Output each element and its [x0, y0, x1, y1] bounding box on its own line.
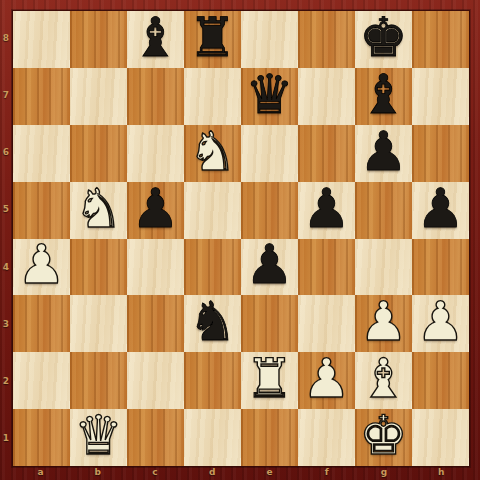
square-a4[interactable]: ♟ — [13, 239, 70, 296]
square-h5[interactable]: ♟ — [412, 182, 469, 239]
rank-label-4: 4 — [0, 239, 12, 296]
square-f2[interactable]: ♟ — [298, 352, 355, 409]
file-label-c: c — [127, 466, 184, 480]
board-frame: ♝♜♚♛♝♞♟♞♟♟♟♟♟♞♟♟♜♟♝♛♚ 87654321 abcdefgh — [0, 0, 480, 480]
square-b5[interactable]: ♞ — [70, 182, 127, 239]
square-e7[interactable]: ♛ — [241, 68, 298, 125]
square-f5[interactable]: ♟ — [298, 182, 355, 239]
square-b3[interactable] — [70, 295, 127, 352]
square-b1[interactable]: ♛ — [70, 409, 127, 466]
square-c7[interactable] — [127, 68, 184, 125]
square-h3[interactable]: ♟ — [412, 295, 469, 352]
piece-black-pawn-h5[interactable]: ♟ — [412, 182, 469, 237]
square-e5[interactable] — [241, 182, 298, 239]
piece-black-bishop-c8[interactable]: ♝ — [127, 11, 184, 66]
square-g1[interactable]: ♚ — [355, 409, 412, 466]
square-e6[interactable] — [241, 125, 298, 182]
file-label-g: g — [356, 466, 413, 480]
file-label-b: b — [69, 466, 126, 480]
square-a2[interactable] — [13, 352, 70, 409]
square-b8[interactable] — [70, 11, 127, 68]
piece-white-king-g1[interactable]: ♚ — [355, 409, 412, 464]
square-h6[interactable] — [412, 125, 469, 182]
piece-white-pawn-f2[interactable]: ♟ — [298, 352, 355, 407]
square-h1[interactable] — [412, 409, 469, 466]
piece-black-pawn-c5[interactable]: ♟ — [127, 182, 184, 237]
rank-label-2: 2 — [0, 353, 12, 410]
piece-black-queen-e7[interactable]: ♛ — [241, 68, 298, 123]
rank-label-1: 1 — [0, 410, 12, 467]
square-g7[interactable]: ♝ — [355, 68, 412, 125]
square-a8[interactable] — [13, 11, 70, 68]
square-c1[interactable] — [127, 409, 184, 466]
piece-white-knight-b5[interactable]: ♞ — [70, 182, 127, 237]
square-d4[interactable] — [184, 239, 241, 296]
square-h7[interactable] — [412, 68, 469, 125]
rank-label-7: 7 — [0, 67, 12, 124]
square-f3[interactable] — [298, 295, 355, 352]
square-d3[interactable]: ♞ — [184, 295, 241, 352]
square-a5[interactable] — [13, 182, 70, 239]
square-e1[interactable] — [241, 409, 298, 466]
square-g6[interactable]: ♟ — [355, 125, 412, 182]
piece-black-king-g8[interactable]: ♚ — [355, 11, 412, 66]
square-g5[interactable] — [355, 182, 412, 239]
square-e8[interactable] — [241, 11, 298, 68]
piece-white-queen-b1[interactable]: ♛ — [70, 409, 127, 464]
square-f1[interactable] — [298, 409, 355, 466]
square-e3[interactable] — [241, 295, 298, 352]
rank-label-3: 3 — [0, 296, 12, 353]
piece-white-pawn-g3[interactable]: ♟ — [355, 295, 412, 350]
square-d2[interactable] — [184, 352, 241, 409]
file-label-h: h — [413, 466, 470, 480]
square-b6[interactable] — [70, 125, 127, 182]
piece-white-pawn-h3[interactable]: ♟ — [412, 295, 469, 350]
square-d1[interactable] — [184, 409, 241, 466]
file-label-e: e — [241, 466, 298, 480]
square-d8[interactable]: ♜ — [184, 11, 241, 68]
piece-black-pawn-g6[interactable]: ♟ — [355, 125, 412, 180]
file-label-f: f — [298, 466, 355, 480]
file-label-d: d — [184, 466, 241, 480]
rank-label-8: 8 — [0, 10, 12, 67]
square-a6[interactable] — [13, 125, 70, 182]
piece-black-rook-d8[interactable]: ♜ — [184, 11, 241, 66]
piece-white-pawn-a4[interactable]: ♟ — [13, 239, 70, 294]
square-g4[interactable] — [355, 239, 412, 296]
square-c2[interactable] — [127, 352, 184, 409]
square-e2[interactable]: ♜ — [241, 352, 298, 409]
square-f8[interactable] — [298, 11, 355, 68]
piece-white-knight-d6[interactable]: ♞ — [184, 125, 241, 180]
square-d6[interactable]: ♞ — [184, 125, 241, 182]
square-a3[interactable] — [13, 295, 70, 352]
square-b4[interactable] — [70, 239, 127, 296]
piece-black-pawn-f5[interactable]: ♟ — [298, 182, 355, 237]
square-d7[interactable] — [184, 68, 241, 125]
square-b2[interactable] — [70, 352, 127, 409]
square-c5[interactable]: ♟ — [127, 182, 184, 239]
chess-board: ♝♜♚♛♝♞♟♞♟♟♟♟♟♞♟♟♜♟♝♛♚ — [12, 10, 470, 467]
square-c6[interactable] — [127, 125, 184, 182]
square-g3[interactable]: ♟ — [355, 295, 412, 352]
piece-black-bishop-g7[interactable]: ♝ — [355, 68, 412, 123]
rank-label-6: 6 — [0, 124, 12, 181]
piece-black-knight-d3[interactable]: ♞ — [184, 295, 241, 350]
square-h4[interactable] — [412, 239, 469, 296]
square-c4[interactable] — [127, 239, 184, 296]
square-f7[interactable] — [298, 68, 355, 125]
square-g8[interactable]: ♚ — [355, 11, 412, 68]
square-d5[interactable] — [184, 182, 241, 239]
rank-label-5: 5 — [0, 181, 12, 238]
piece-white-bishop-g2[interactable]: ♝ — [355, 352, 412, 407]
square-b7[interactable] — [70, 68, 127, 125]
square-f4[interactable] — [298, 239, 355, 296]
piece-white-rook-e2[interactable]: ♜ — [241, 352, 298, 407]
square-a1[interactable] — [13, 409, 70, 466]
square-e4[interactable]: ♟ — [241, 239, 298, 296]
square-a7[interactable] — [13, 68, 70, 125]
file-label-a: a — [12, 466, 69, 480]
square-c8[interactable]: ♝ — [127, 11, 184, 68]
square-h2[interactable] — [412, 352, 469, 409]
square-c3[interactable] — [127, 295, 184, 352]
piece-black-pawn-e4[interactable]: ♟ — [241, 239, 298, 294]
square-f6[interactable] — [298, 125, 355, 182]
square-g2[interactable]: ♝ — [355, 352, 412, 409]
square-h8[interactable] — [412, 11, 469, 68]
